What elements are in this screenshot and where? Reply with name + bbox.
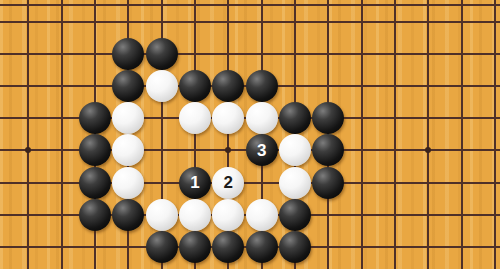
black-stone: [312, 102, 344, 134]
move-number-label: 3: [257, 142, 266, 159]
black-stone: [279, 199, 311, 231]
black-stone: [112, 199, 144, 231]
black-stone: [146, 231, 178, 263]
black-stone: [112, 70, 144, 102]
black-stone: [79, 167, 111, 199]
go-board[interactable]: 312: [0, 0, 500, 269]
star-point: [425, 147, 431, 153]
white-stone: [179, 102, 211, 134]
black-stone: [179, 70, 211, 102]
white-stone: [212, 102, 244, 134]
white-stone: [212, 199, 244, 231]
grid-line-vertical: [461, 0, 463, 269]
move-number-label: 1: [190, 174, 199, 191]
white-stone: [246, 199, 278, 231]
grid-line-horizontal: [0, 53, 500, 55]
grid-line-vertical: [61, 0, 63, 269]
black-stone: [212, 70, 244, 102]
white-stone: [146, 70, 178, 102]
grid-line-vertical: [494, 0, 496, 269]
black-stone: [279, 231, 311, 263]
black-stone: [279, 102, 311, 134]
white-stone: [112, 102, 144, 134]
white-stone: 2: [212, 167, 244, 199]
white-stone: [279, 167, 311, 199]
grid-line-horizontal: [0, 4, 500, 6]
black-stone: [146, 38, 178, 70]
move-number-label: 2: [224, 174, 233, 191]
white-stone: [279, 134, 311, 166]
white-stone: [146, 199, 178, 231]
black-stone: 1: [179, 167, 211, 199]
black-stone: [112, 38, 144, 70]
black-stone: [79, 134, 111, 166]
black-stone: [312, 134, 344, 166]
white-stone: [112, 134, 144, 166]
grid-line-vertical: [27, 0, 29, 269]
grid-line-horizontal: [0, 182, 500, 184]
white-stone: [179, 199, 211, 231]
grid-line-vertical: [427, 0, 429, 269]
black-stone: [179, 231, 211, 263]
white-stone: [112, 167, 144, 199]
grid-line-vertical: [361, 0, 363, 269]
grid-line-vertical: [394, 0, 396, 269]
black-stone: [246, 70, 278, 102]
star-point: [25, 147, 31, 153]
grid-line-horizontal: [0, 21, 500, 23]
black-stone: 3: [246, 134, 278, 166]
black-stone: [79, 102, 111, 134]
black-stone: [79, 199, 111, 231]
star-point: [225, 147, 231, 153]
black-stone: [312, 167, 344, 199]
black-stone: [246, 231, 278, 263]
white-stone: [246, 102, 278, 134]
black-stone: [212, 231, 244, 263]
